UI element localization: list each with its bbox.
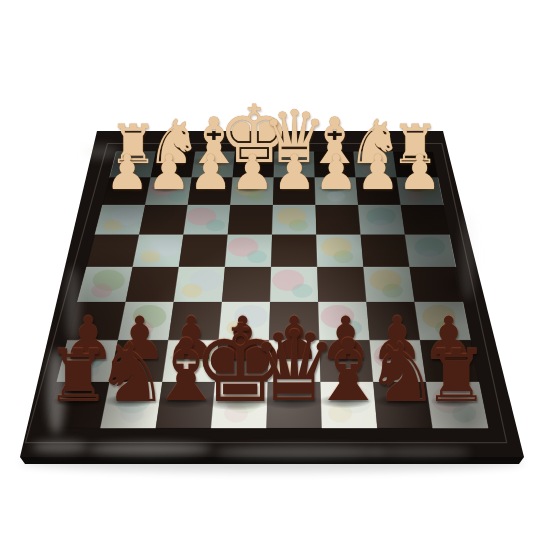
board-graphic — [0, 0, 533, 533]
piece-white-pawn-h2[interactable]: ♟ — [105, 149, 148, 197]
board-edge — [20, 457, 524, 464]
piece-white-pawn-d2[interactable]: ♟ — [273, 149, 316, 197]
chessboard-photo: ♜♞♝♚♛♝♞♜♟♟♟♟♟♟♟♟♟♟♟♟♟♟♟♟♜♞♝♚♛♝♞♜ — [0, 0, 533, 533]
piece-black-rook-a8[interactable]: ♜ — [424, 341, 489, 413]
piece-white-pawn-a2[interactable]: ♟ — [398, 149, 441, 197]
piece-white-pawn-f2[interactable]: ♟ — [189, 149, 232, 197]
piece-white-pawn-b2[interactable]: ♟ — [356, 149, 399, 197]
piece-white-pawn-e2[interactable]: ♟ — [231, 149, 274, 197]
piece-white-pawn-g2[interactable]: ♟ — [147, 149, 190, 197]
piece-white-pawn-c2[interactable]: ♟ — [314, 149, 357, 197]
